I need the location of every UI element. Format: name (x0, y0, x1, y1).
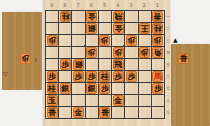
piece-8g[interactable]: 銀 (60, 83, 71, 94)
piece-9c[interactable]: 歩 (47, 35, 58, 46)
rank-label: 六 (166, 74, 170, 79)
file-label: 2 (143, 3, 146, 8)
piece-5c[interactable]: 歩 (99, 35, 110, 46)
piece-5i[interactable]: 香 (99, 107, 110, 118)
shogi-board[interactable]: 桂金飛香銀金王桂歩歩歩歩歩歩歩角銀歩飛歩歩歩桂歩歩馬桂銀銀歩歩玉金香金香 987… (43, 0, 170, 126)
piece-5g[interactable]: 歩 (99, 83, 110, 94)
rank-label: 八 (166, 98, 170, 103)
file-label: 8 (63, 3, 66, 8)
rank-label: 二 (166, 26, 170, 31)
gote-marker: ▽ (3, 71, 8, 77)
piece-8a[interactable]: 桂 (60, 11, 71, 22)
piece-6a[interactable]: 金 (86, 11, 97, 22)
piece-1c[interactable]: 歩 (152, 35, 163, 46)
file-label: 6 (90, 3, 93, 8)
piece-7e[interactable]: 銀 (73, 59, 84, 70)
piece-9i[interactable]: 香 (47, 107, 58, 118)
piece-1g[interactable]: 歩 (152, 83, 163, 94)
piece-4a[interactable]: 飛 (113, 11, 124, 22)
piece-3c[interactable]: 歩 (126, 35, 137, 46)
piece-9f[interactable]: 歩 (47, 71, 58, 82)
file-label: 5 (103, 3, 106, 8)
rank-label: 五 (166, 62, 170, 67)
hoshi-dot (84, 81, 86, 83)
piece-1b[interactable]: 桂 (152, 23, 163, 34)
grid-line-horizontal (45, 118, 165, 119)
piece-4e[interactable]: 飛 (113, 59, 124, 70)
piece-2b[interactable]: 王 (139, 23, 150, 34)
piece-6f[interactable]: 歩 (86, 71, 97, 82)
grid-line-vertical (98, 10, 99, 119)
file-label: 3 (129, 3, 132, 8)
sente-marker: ▲ (173, 37, 178, 43)
piece-9h[interactable]: 玉 (47, 95, 58, 106)
sente-komadai[interactable]: 香 (171, 44, 210, 126)
grid-line-horizontal (45, 94, 165, 95)
piece-2d[interactable]: 歩 (139, 47, 150, 58)
hand-piece-count: 3 (34, 57, 37, 63)
file-label: 4 (116, 3, 119, 8)
piece-5f[interactable]: 桂 (99, 71, 110, 82)
grid-line-vertical (111, 10, 112, 119)
hoshi-dot (84, 45, 86, 47)
gote-komadai[interactable]: ▽ 歩3 (2, 12, 42, 90)
piece-4f[interactable]: 歩 (113, 71, 124, 82)
piece-7f[interactable]: 歩 (73, 71, 84, 82)
file-label: 7 (76, 3, 79, 8)
piece-3f[interactable]: 歩 (126, 71, 137, 82)
piece-7i[interactable]: 金 (73, 107, 84, 118)
piece-4b[interactable]: 金 (113, 23, 124, 34)
grid-line-vertical (45, 10, 46, 119)
rank-label: 九 (166, 110, 170, 115)
piece-4h[interactable]: 金 (113, 95, 124, 106)
piece-1a[interactable]: 香 (152, 11, 163, 22)
rank-label: 七 (166, 86, 170, 91)
rank-label: 四 (166, 50, 170, 55)
grid-line-vertical (164, 10, 165, 119)
rank-label: 三 (166, 38, 170, 43)
file-label: 1 (156, 3, 159, 8)
file-label: 9 (50, 3, 53, 8)
piece-8e[interactable]: 歩 (60, 59, 71, 70)
rank-label: 一 (166, 14, 170, 19)
piece-1f[interactable]: 馬 (152, 71, 163, 82)
hand-piece-sente[interactable]: 香 (178, 53, 189, 64)
piece-1d[interactable]: 角 (152, 47, 163, 58)
board-grid[interactable]: 桂金飛香銀金王桂歩歩歩歩歩歩歩角銀歩飛歩歩歩桂歩歩馬桂銀銀歩歩玉金香金香 (45, 10, 164, 118)
hand-piece-gote[interactable]: 歩 (20, 53, 31, 64)
shogi-app: { "game": "shogi", "position": "1n1g1r2l… (0, 0, 210, 126)
piece-6b[interactable]: 銀 (86, 23, 97, 34)
piece-6d[interactable]: 歩 (86, 47, 97, 58)
piece-4d[interactable]: 歩 (113, 47, 124, 58)
piece-6g[interactable]: 銀 (86, 83, 97, 94)
piece-9g[interactable]: 桂 (47, 83, 58, 94)
grid-line-vertical (124, 10, 125, 119)
